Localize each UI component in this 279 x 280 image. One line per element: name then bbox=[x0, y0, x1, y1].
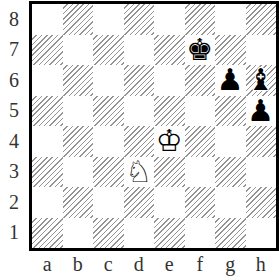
file-label-a: a bbox=[32, 250, 63, 278]
chess-board: ♚♟♝♟♔♘ bbox=[29, 1, 279, 251]
square-e6[interactable] bbox=[154, 65, 185, 96]
rank-label-8: 8 bbox=[0, 4, 26, 35]
square-f1[interactable] bbox=[185, 218, 216, 249]
square-e3[interactable] bbox=[154, 157, 185, 188]
square-h6[interactable]: ♝ bbox=[246, 65, 277, 96]
square-e7[interactable] bbox=[154, 35, 185, 66]
file-labels: abcdefgh bbox=[32, 250, 276, 278]
square-f4[interactable] bbox=[185, 126, 216, 157]
square-c8[interactable] bbox=[93, 4, 124, 35]
square-c5[interactable] bbox=[93, 96, 124, 127]
square-d6[interactable] bbox=[124, 65, 155, 96]
square-g1[interactable] bbox=[215, 218, 246, 249]
rank-label-3: 3 bbox=[0, 157, 26, 188]
file-label-g: g bbox=[215, 250, 246, 278]
square-b2[interactable] bbox=[63, 187, 94, 218]
square-b3[interactable] bbox=[63, 157, 94, 188]
chess-diagram: 87654321 ♚♟♝♟♔♘ abcdefgh bbox=[0, 0, 279, 280]
square-c1[interactable] bbox=[93, 218, 124, 249]
rank-label-4: 4 bbox=[0, 126, 26, 157]
square-b6[interactable] bbox=[63, 65, 94, 96]
square-g7[interactable] bbox=[215, 35, 246, 66]
rank-label-5: 5 bbox=[0, 96, 26, 127]
white-king-piece[interactable]: ♔ bbox=[156, 126, 183, 157]
square-e1[interactable] bbox=[154, 218, 185, 249]
square-c6[interactable] bbox=[93, 65, 124, 96]
square-h2[interactable] bbox=[246, 187, 277, 218]
square-e5[interactable] bbox=[154, 96, 185, 127]
rank-label-7: 7 bbox=[0, 35, 26, 66]
square-c4[interactable] bbox=[93, 126, 124, 157]
square-f3[interactable] bbox=[185, 157, 216, 188]
square-a1[interactable] bbox=[32, 218, 63, 249]
square-d4[interactable] bbox=[124, 126, 155, 157]
square-e2[interactable] bbox=[154, 187, 185, 218]
square-f6[interactable] bbox=[185, 65, 216, 96]
rank-label-6: 6 bbox=[0, 65, 26, 96]
square-g6[interactable]: ♟ bbox=[215, 65, 246, 96]
square-b8[interactable] bbox=[63, 4, 94, 35]
square-e8[interactable] bbox=[154, 4, 185, 35]
square-b5[interactable] bbox=[63, 96, 94, 127]
square-c7[interactable] bbox=[93, 35, 124, 66]
square-f2[interactable] bbox=[185, 187, 216, 218]
square-a6[interactable] bbox=[32, 65, 63, 96]
square-d2[interactable] bbox=[124, 187, 155, 218]
square-a8[interactable] bbox=[32, 4, 63, 35]
black-pawn-piece[interactable]: ♟ bbox=[217, 65, 244, 96]
square-b1[interactable] bbox=[63, 218, 94, 249]
square-f5[interactable] bbox=[185, 96, 216, 127]
square-h4[interactable] bbox=[246, 126, 277, 157]
file-label-h: h bbox=[246, 250, 277, 278]
rank-label-1: 1 bbox=[0, 218, 26, 249]
square-d1[interactable] bbox=[124, 218, 155, 249]
square-d3[interactable]: ♘ bbox=[124, 157, 155, 188]
square-a4[interactable] bbox=[32, 126, 63, 157]
square-d8[interactable] bbox=[124, 4, 155, 35]
square-d7[interactable] bbox=[124, 35, 155, 66]
file-label-e: e bbox=[154, 250, 185, 278]
square-h3[interactable] bbox=[246, 157, 277, 188]
square-g4[interactable] bbox=[215, 126, 246, 157]
rank-label-2: 2 bbox=[0, 187, 26, 218]
square-e4[interactable]: ♔ bbox=[154, 126, 185, 157]
square-a3[interactable] bbox=[32, 157, 63, 188]
square-g5[interactable] bbox=[215, 96, 246, 127]
file-label-f: f bbox=[185, 250, 216, 278]
square-h8[interactable] bbox=[246, 4, 277, 35]
square-a2[interactable] bbox=[32, 187, 63, 218]
square-h5[interactable]: ♟ bbox=[246, 96, 277, 127]
black-pawn-piece[interactable]: ♟ bbox=[247, 96, 274, 127]
square-f7[interactable]: ♚ bbox=[185, 35, 216, 66]
square-b7[interactable] bbox=[63, 35, 94, 66]
square-h1[interactable] bbox=[246, 218, 277, 249]
square-g8[interactable] bbox=[215, 4, 246, 35]
square-a7[interactable] bbox=[32, 35, 63, 66]
white-knight-piece[interactable]: ♘ bbox=[125, 157, 152, 188]
file-label-c: c bbox=[93, 250, 124, 278]
square-d5[interactable] bbox=[124, 96, 155, 127]
square-c3[interactable] bbox=[93, 157, 124, 188]
square-c2[interactable] bbox=[93, 187, 124, 218]
square-b4[interactable] bbox=[63, 126, 94, 157]
black-bishop-piece[interactable]: ♝ bbox=[247, 65, 274, 96]
black-king-piece[interactable]: ♚ bbox=[186, 35, 213, 66]
file-label-b: b bbox=[63, 250, 94, 278]
square-h7[interactable] bbox=[246, 35, 277, 66]
square-g2[interactable] bbox=[215, 187, 246, 218]
square-g3[interactable] bbox=[215, 157, 246, 188]
square-f8[interactable] bbox=[185, 4, 216, 35]
rank-labels: 87654321 bbox=[0, 4, 26, 248]
square-a5[interactable] bbox=[32, 96, 63, 127]
file-label-d: d bbox=[124, 250, 155, 278]
